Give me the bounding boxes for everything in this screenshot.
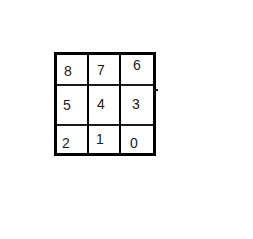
puzzle-board: 8 7 6 5 4 3 2 1 0: [54, 52, 156, 156]
cell-r1c1: 4: [89, 86, 121, 126]
cell-value: 1: [96, 132, 104, 146]
cell-value: 4: [97, 97, 105, 111]
cell-r1c0: 5: [57, 86, 89, 126]
cell-value: 5: [63, 98, 71, 112]
cell-r0c0: 8: [57, 55, 89, 86]
cell-r1c2: 3: [121, 86, 153, 126]
cell-value: 3: [132, 97, 140, 111]
cell-r2c0: 2: [57, 126, 89, 153]
cell-value: 7: [97, 63, 105, 77]
cell-r0c2: 6: [121, 55, 153, 86]
cell-r0c1: 7: [89, 55, 121, 86]
cell-value: 2: [62, 136, 70, 150]
cell-value: 8: [64, 64, 72, 78]
cell-value: 0: [130, 136, 138, 150]
page-canvas: 8 7 6 5 4 3 2 1 0: [0, 0, 253, 239]
grid-line-overhang: [153, 89, 158, 91]
cell-value: 6: [133, 58, 141, 72]
cell-r2c1: 1: [89, 126, 121, 153]
cell-r2c2: 0: [121, 126, 153, 153]
